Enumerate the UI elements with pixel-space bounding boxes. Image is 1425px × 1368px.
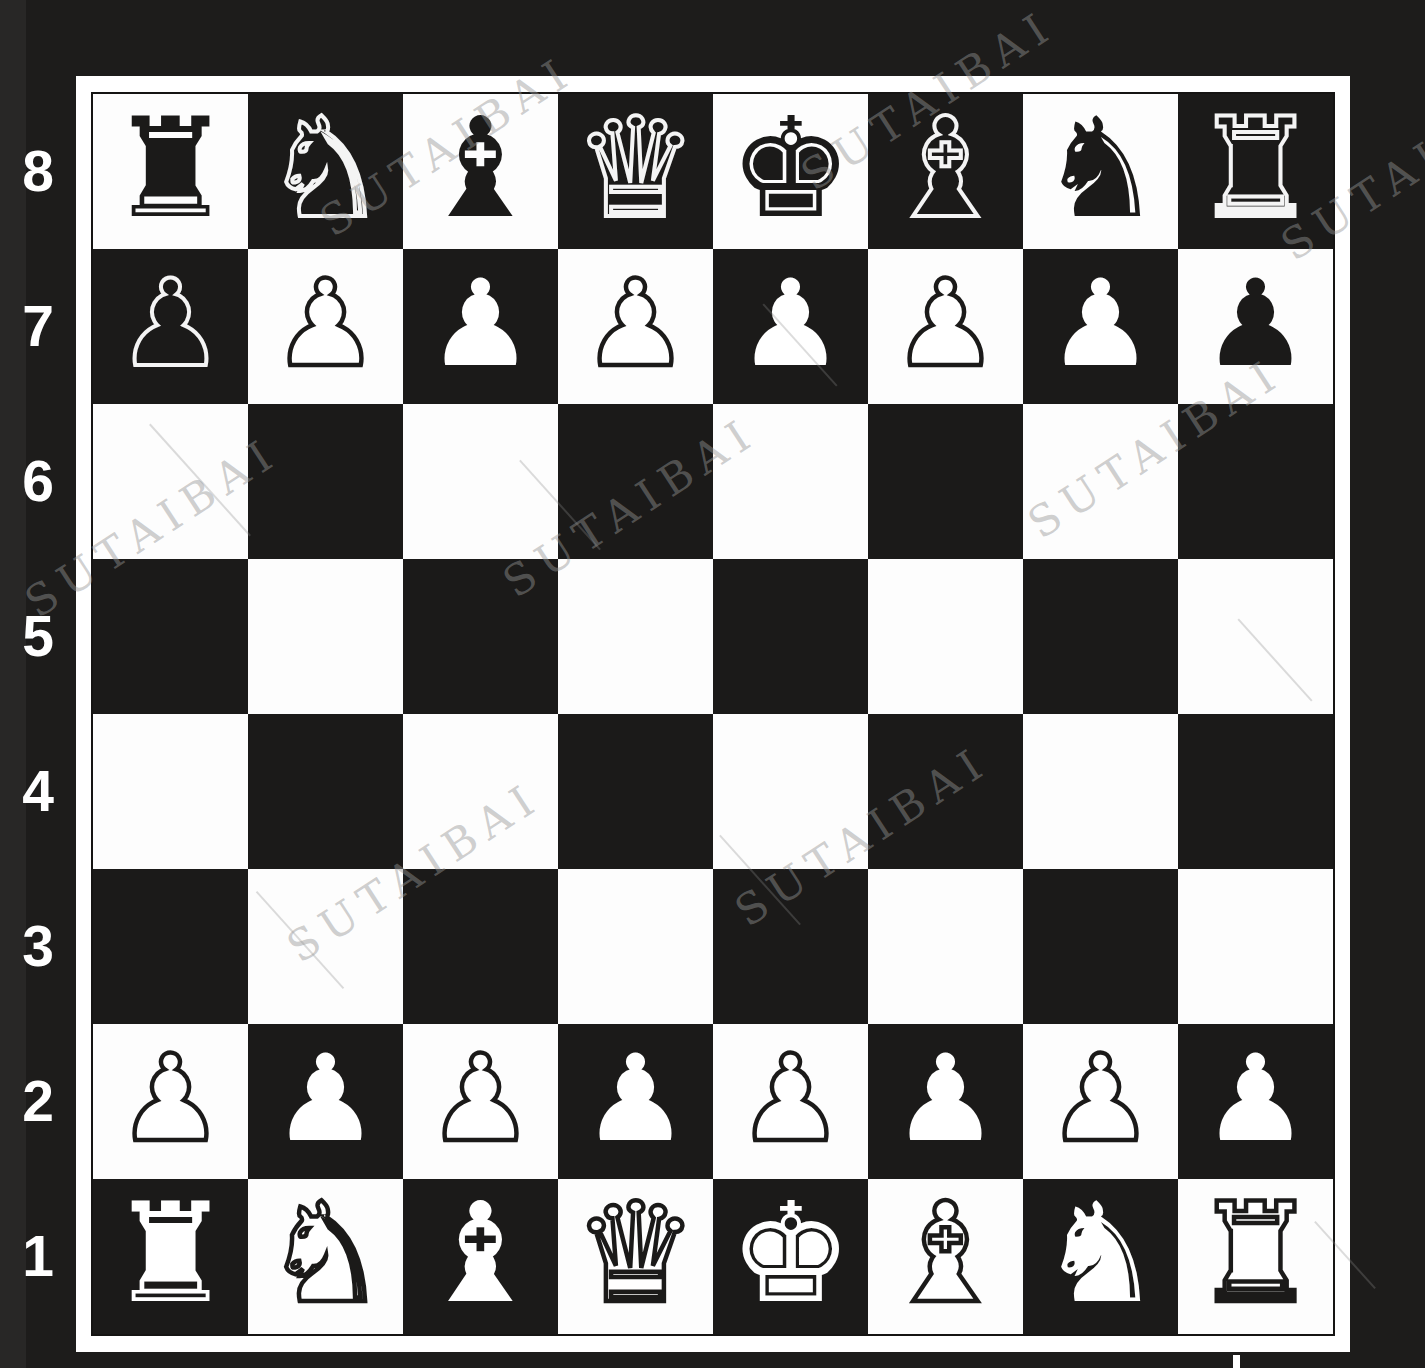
square-f1[interactable]: ♝: [868, 1179, 1023, 1334]
square-f3[interactable]: [868, 869, 1023, 1024]
chess-board: ♜♞♝♛♚♝♞♜♟♟♟♟♟♟♟♟♟♟♟♟♟♟♟♟♜♞♝♛♚♝♞♜: [93, 94, 1333, 1334]
square-d6[interactable]: [558, 404, 713, 559]
square-h1[interactable]: ♜: [1178, 1179, 1333, 1334]
square-h4[interactable]: [1178, 714, 1333, 869]
piece-white-pawn: ♟: [427, 1021, 535, 1176]
square-e5[interactable]: [713, 559, 868, 714]
square-b4[interactable]: [248, 714, 403, 869]
piece-white-pawn: ♟: [737, 1021, 845, 1176]
square-d5[interactable]: [558, 559, 713, 714]
piece-black-rook: ♜: [1194, 91, 1318, 246]
piece-black-king: ♚: [729, 91, 853, 246]
square-a6[interactable]: [93, 404, 248, 559]
rank-label-6: 6: [0, 404, 76, 559]
square-b3[interactable]: [248, 869, 403, 1024]
square-e4[interactable]: [713, 714, 868, 869]
square-a2[interactable]: ♟: [93, 1024, 248, 1179]
rank-label-1: 1: [0, 1179, 76, 1334]
square-d2[interactable]: ♟: [558, 1024, 713, 1179]
square-b5[interactable]: [248, 559, 403, 714]
piece-white-pawn: ♟: [1202, 1021, 1310, 1176]
square-h2[interactable]: ♟: [1178, 1024, 1333, 1179]
square-d1[interactable]: ♛: [558, 1179, 713, 1334]
square-d8[interactable]: ♛: [558, 94, 713, 249]
square-c6[interactable]: [403, 404, 558, 559]
rank-label-7: 7: [0, 249, 76, 404]
square-f4[interactable]: [868, 714, 1023, 869]
piece-black-pawn: ♟: [582, 246, 690, 401]
square-h3[interactable]: [1178, 869, 1333, 1024]
square-a4[interactable]: [93, 714, 248, 869]
piece-black-knight: ♞: [264, 91, 388, 246]
square-b7[interactable]: ♟: [248, 249, 403, 404]
piece-white-bishop: ♝: [884, 1176, 1008, 1331]
rank-label-5: 5: [0, 559, 76, 714]
square-g2[interactable]: ♟: [1023, 1024, 1178, 1179]
square-c1[interactable]: ♝: [403, 1179, 558, 1334]
square-f7[interactable]: ♟: [868, 249, 1023, 404]
square-b6[interactable]: [248, 404, 403, 559]
square-h8[interactable]: ♜: [1178, 94, 1333, 249]
square-f6[interactable]: [868, 404, 1023, 559]
square-d7[interactable]: ♟: [558, 249, 713, 404]
square-h6[interactable]: [1178, 404, 1333, 559]
square-f2[interactable]: ♟: [868, 1024, 1023, 1179]
square-b8[interactable]: ♞: [248, 94, 403, 249]
piece-black-pawn: ♟: [117, 246, 225, 401]
piece-black-pawn: ♟: [427, 246, 535, 401]
square-f5[interactable]: [868, 559, 1023, 714]
square-e6[interactable]: [713, 404, 868, 559]
piece-white-pawn: ♟: [892, 1021, 1000, 1176]
square-e3[interactable]: [713, 869, 868, 1024]
piece-black-bishop: ♝: [419, 91, 543, 246]
piece-black-pawn: ♟: [1202, 246, 1310, 401]
piece-black-rook: ♜: [109, 91, 233, 246]
square-b1[interactable]: ♞: [248, 1179, 403, 1334]
piece-black-pawn: ♟: [1047, 246, 1155, 401]
square-f8[interactable]: ♝: [868, 94, 1023, 249]
square-b2[interactable]: ♟: [248, 1024, 403, 1179]
square-g3[interactable]: [1023, 869, 1178, 1024]
piece-white-rook: ♜: [109, 1176, 233, 1331]
square-g4[interactable]: [1023, 714, 1178, 869]
piece-white-bishop: ♝: [419, 1176, 543, 1331]
square-a1[interactable]: ♜: [93, 1179, 248, 1334]
square-c2[interactable]: ♟: [403, 1024, 558, 1179]
square-h7[interactable]: ♟: [1178, 249, 1333, 404]
square-e2[interactable]: ♟: [713, 1024, 868, 1179]
piece-white-pawn: ♟: [582, 1021, 690, 1176]
piece-black-bishop: ♝: [884, 91, 1008, 246]
rank-label-2: 2: [0, 1024, 76, 1179]
piece-black-queen: ♛: [574, 91, 698, 246]
piece-white-knight: ♞: [1039, 1176, 1163, 1331]
rank-label-4: 4: [0, 714, 76, 869]
rank-label-8: 8: [0, 94, 76, 249]
piece-white-rook: ♜: [1194, 1176, 1318, 1331]
piece-white-king: ♚: [729, 1176, 853, 1331]
square-g7[interactable]: ♟: [1023, 249, 1178, 404]
square-e1[interactable]: ♚: [713, 1179, 868, 1334]
square-g6[interactable]: [1023, 404, 1178, 559]
square-c4[interactable]: [403, 714, 558, 869]
piece-black-knight: ♞: [1039, 91, 1163, 246]
piece-black-pawn: ♟: [272, 246, 380, 401]
piece-white-pawn: ♟: [117, 1021, 225, 1176]
square-d3[interactable]: [558, 869, 713, 1024]
piece-white-pawn: ♟: [272, 1021, 380, 1176]
square-a8[interactable]: ♜: [93, 94, 248, 249]
square-d4[interactable]: [558, 714, 713, 869]
square-c7[interactable]: ♟: [403, 249, 558, 404]
square-c3[interactable]: [403, 869, 558, 1024]
piece-white-queen: ♛: [574, 1176, 698, 1331]
chess-diagram: ♜♞♝♛♚♝♞♜♟♟♟♟♟♟♟♟♟♟♟♟♟♟♟♟♜♞♝♛♚♝♞♜ 8765432…: [0, 0, 1425, 1368]
square-a5[interactable]: [93, 559, 248, 714]
square-a3[interactable]: [93, 869, 248, 1024]
rank-label-3: 3: [0, 869, 76, 1024]
square-g1[interactable]: ♞: [1023, 1179, 1178, 1334]
piece-white-pawn: ♟: [1047, 1021, 1155, 1176]
square-c8[interactable]: ♝: [403, 94, 558, 249]
square-e8[interactable]: ♚: [713, 94, 868, 249]
square-a7[interactable]: ♟: [93, 249, 248, 404]
crop-mark: [1233, 1355, 1240, 1368]
piece-white-knight: ♞: [264, 1176, 388, 1331]
square-g8[interactable]: ♞: [1023, 94, 1178, 249]
square-e7[interactable]: ♟: [713, 249, 868, 404]
piece-black-pawn: ♟: [892, 246, 1000, 401]
square-g5[interactable]: [1023, 559, 1178, 714]
square-c5[interactable]: [403, 559, 558, 714]
